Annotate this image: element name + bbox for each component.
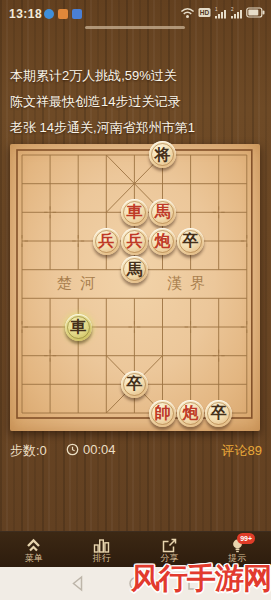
- hint-count-badge: 99+: [237, 533, 255, 544]
- announcement-line-1: 本期累计2万人挑战,59%过关: [10, 63, 195, 89]
- svg-text:2: 2: [231, 7, 234, 12]
- piece-red-馬[interactable]: 馬: [148, 198, 176, 227]
- piece-red-兵[interactable]: 兵: [120, 227, 148, 256]
- notification-app-icon: [72, 9, 82, 19]
- svg-text:HD: HD: [200, 9, 210, 16]
- piece-black-卒[interactable]: 卒: [177, 227, 205, 256]
- piece-black-卒[interactable]: 卒: [120, 370, 148, 399]
- notification-app-icon: [58, 9, 68, 19]
- piece-black-馬[interactable]: 馬: [120, 255, 148, 284]
- comments-link[interactable]: 评论89: [222, 442, 262, 460]
- signal1-icon: 1: [214, 7, 227, 19]
- signal2-icon: 2: [230, 7, 243, 19]
- screen-notch-line: [85, 26, 185, 29]
- android-back-icon[interactable]: [70, 575, 85, 592]
- piece-black-将[interactable]: 将: [148, 141, 176, 170]
- clock-time: 13:18: [9, 7, 42, 21]
- app-screen: 13:18 HD 1 2: [0, 0, 271, 600]
- battery-icon: [246, 7, 265, 18]
- watermark-text: 风行手游网: [131, 559, 271, 599]
- xiangqi-board[interactable]: 楚河 漢界 将車馬兵兵炮卒馬車卒帥炮卒: [10, 144, 260, 431]
- wifi-icon: [180, 6, 195, 19]
- piece-black-車-selected[interactable]: 車: [64, 313, 92, 342]
- hud-row: 步数:0 00:04 评论89: [0, 440, 271, 462]
- timer-clock-icon: [66, 443, 79, 456]
- announcement-line-3: 老张 14步通关,河南省郑州市第1: [10, 115, 195, 141]
- notification-app-icon: [44, 9, 54, 19]
- announcement-line-2: 陈文祥最快创造14步过关记录: [10, 89, 195, 115]
- bar-chart-icon: [93, 538, 110, 553]
- timer-value: 00:04: [83, 442, 116, 457]
- hd-badge-icon: HD: [198, 7, 211, 18]
- piece-black-卒[interactable]: 卒: [205, 399, 233, 428]
- announcement-panel: 本期累计2万人挑战,59%过关 陈文祥最快创造14步过关记录 老张 14步通关,…: [10, 63, 195, 141]
- steps-counter: 步数:0: [10, 442, 47, 460]
- pieces-layer: 将車馬兵兵炮卒馬車卒帥炮卒: [8, 141, 261, 428]
- piece-red-帥[interactable]: 帥: [148, 399, 176, 428]
- nav-menu-label: 菜单: [25, 554, 43, 563]
- nav-ranking-label: 排行: [93, 554, 111, 563]
- nav-ranking-button[interactable]: 排行: [68, 532, 136, 568]
- piece-red-炮[interactable]: 炮: [148, 227, 176, 256]
- status-bar: 13:18 HD 1 2: [0, 0, 271, 28]
- piece-red-兵[interactable]: 兵: [92, 227, 120, 256]
- piece-red-炮[interactable]: 炮: [177, 399, 205, 428]
- chevron-up-icon: [25, 538, 42, 553]
- svg-text:1: 1: [215, 7, 218, 12]
- share-icon: [161, 538, 178, 553]
- piece-red-車[interactable]: 車: [120, 198, 148, 227]
- nav-menu-button[interactable]: 菜单: [0, 532, 68, 568]
